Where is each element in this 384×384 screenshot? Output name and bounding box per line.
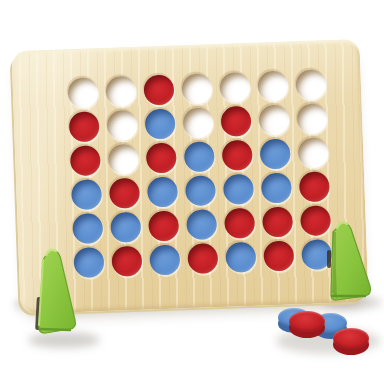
cell-r3-c2-empty-hole[interactable]	[108, 144, 139, 175]
cell-r4-c7-red-disc[interactable]	[299, 171, 330, 202]
cell-r4-c2-red-disc[interactable]	[109, 178, 140, 209]
cell-r3-c5-red-disc[interactable]	[222, 140, 253, 171]
cell-r3-c6-blue-disc[interactable]	[260, 138, 291, 169]
cell-r2-c2-empty-hole[interactable]	[107, 110, 138, 141]
loose-disc-top	[289, 311, 325, 332]
scene	[0, 0, 384, 384]
cell-r3-c4-blue-disc[interactable]	[184, 141, 215, 172]
cell-r2-c7-empty-hole[interactable]	[297, 103, 328, 134]
cell-r6-c2-red-disc[interactable]	[111, 246, 142, 277]
stand-right	[325, 220, 377, 308]
cell-r4-c1-blue-disc[interactable]	[71, 179, 102, 210]
stand-left	[33, 246, 83, 342]
cell-r4-c6-blue-disc[interactable]	[261, 172, 292, 203]
cell-r2-c4-empty-hole[interactable]	[183, 107, 214, 138]
stand-left-wedge	[33, 246, 83, 342]
loose-disc-red-2[interactable]	[289, 311, 325, 339]
cell-r4-c4-blue-disc[interactable]	[185, 175, 216, 206]
loose-disc-red-4[interactable]	[333, 328, 369, 356]
cell-r2-c1-red-disc[interactable]	[69, 111, 100, 142]
cell-r1-c3-red-disc[interactable]	[143, 75, 174, 106]
cell-r2-c6-empty-hole[interactable]	[259, 105, 290, 136]
cell-r5-c1-blue-disc[interactable]	[72, 213, 103, 244]
cell-r5-c4-blue-disc[interactable]	[186, 209, 217, 240]
cell-r1-c4-empty-hole[interactable]	[181, 73, 212, 104]
cell-r5-c5-red-disc[interactable]	[224, 208, 255, 239]
cell-r1-c1-empty-hole[interactable]	[67, 77, 98, 108]
cell-r4-c3-blue-disc[interactable]	[147, 176, 178, 207]
cell-r3-c7-empty-hole[interactable]	[298, 137, 329, 168]
cell-r5-c6-red-disc[interactable]	[262, 206, 293, 237]
cell-r2-c3-blue-disc[interactable]	[145, 108, 176, 139]
cell-r1-c6-empty-hole[interactable]	[257, 71, 288, 102]
cell-r6-c6-red-disc[interactable]	[263, 240, 294, 271]
cell-r5-c2-blue-disc[interactable]	[110, 212, 141, 243]
hole-grid	[63, 67, 336, 280]
cell-r6-c3-blue-disc[interactable]	[149, 244, 180, 275]
cell-r1-c5-empty-hole[interactable]	[219, 72, 250, 103]
cell-r2-c5-red-disc[interactable]	[221, 106, 252, 137]
cell-r1-c7-empty-hole[interactable]	[295, 69, 326, 100]
cell-r1-c2-empty-hole[interactable]	[105, 76, 136, 107]
loose-disc-top	[333, 328, 369, 349]
stand-right-wedge	[325, 220, 377, 308]
cell-r4-c5-blue-disc[interactable]	[223, 174, 254, 205]
cell-r5-c3-red-disc[interactable]	[148, 210, 179, 241]
cell-r3-c3-red-disc[interactable]	[146, 142, 177, 173]
cell-r6-c5-blue-disc[interactable]	[225, 242, 256, 273]
cell-r3-c1-red-disc[interactable]	[70, 145, 101, 176]
cell-r6-c4-red-disc[interactable]	[187, 243, 218, 274]
